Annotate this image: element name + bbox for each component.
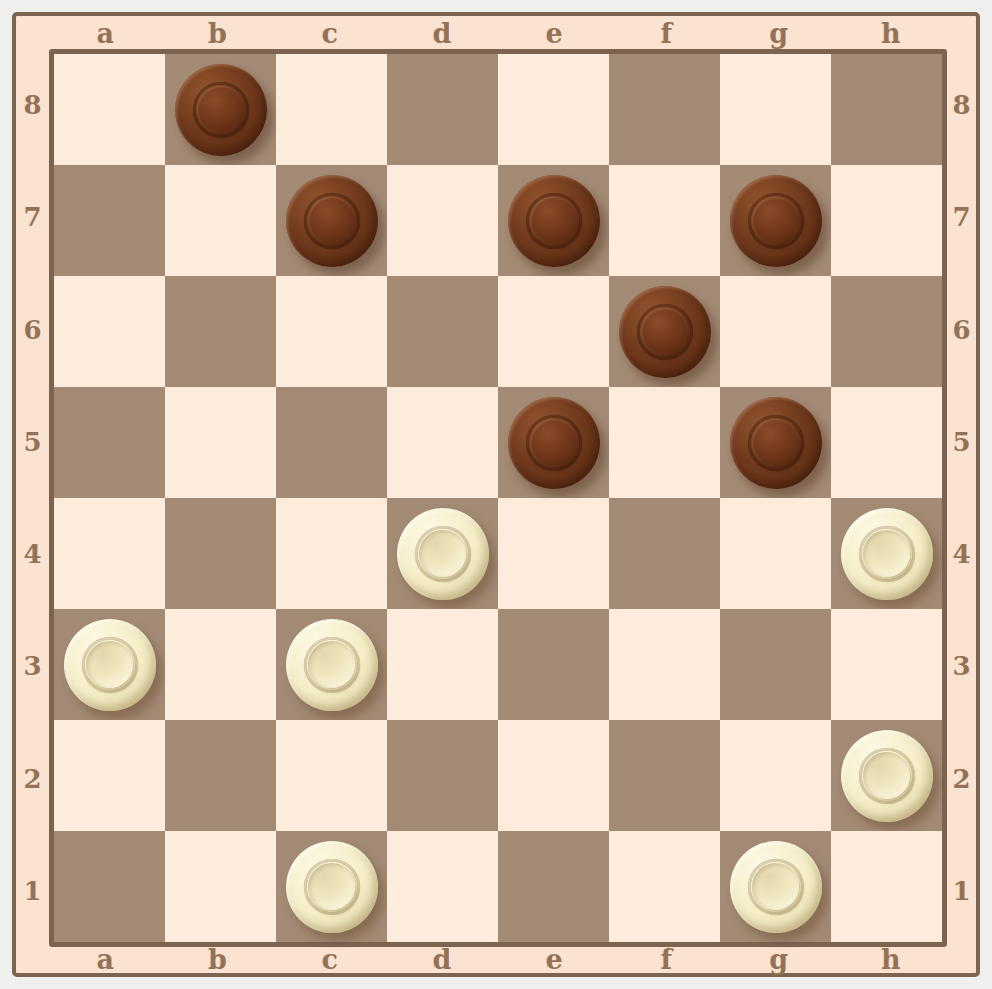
square-a1[interactable] <box>54 831 165 942</box>
square-f2[interactable] <box>609 720 720 831</box>
checker-dark-g7[interactable] <box>730 175 822 267</box>
file-label-top-d: d <box>386 16 498 49</box>
checker-dark-c7[interactable] <box>286 175 378 267</box>
file-labels-bottom: abcdefgh <box>49 947 947 973</box>
checker-white-c1[interactable] <box>286 841 378 933</box>
square-h2[interactable] <box>831 720 942 831</box>
square-g4[interactable] <box>720 498 831 609</box>
checker-dark-e7[interactable] <box>508 175 600 267</box>
square-e2[interactable] <box>498 720 609 831</box>
square-f4[interactable] <box>609 498 720 609</box>
rank-label-right-1: 1 <box>947 835 976 947</box>
square-f1[interactable] <box>609 831 720 942</box>
square-b3[interactable] <box>165 609 276 720</box>
square-b7[interactable] <box>165 165 276 276</box>
square-c7[interactable] <box>276 165 387 276</box>
checker-dark-e5[interactable] <box>508 397 600 489</box>
square-d7[interactable] <box>387 165 498 276</box>
file-label-top-g: g <box>723 16 835 49</box>
rank-label-left-4: 4 <box>16 498 49 610</box>
square-g1[interactable] <box>720 831 831 942</box>
file-label-bottom-b: b <box>161 947 273 973</box>
checker-dark-f6[interactable] <box>619 286 711 378</box>
square-f5[interactable] <box>609 387 720 498</box>
checker-white-d4[interactable] <box>397 508 489 600</box>
square-a6[interactable] <box>54 276 165 387</box>
board-frame: abcdefgh abcdefgh 87654321 87654321 <box>12 12 980 977</box>
square-f3[interactable] <box>609 609 720 720</box>
square-d5[interactable] <box>387 387 498 498</box>
square-e8[interactable] <box>498 54 609 165</box>
file-label-bottom-d: d <box>386 947 498 973</box>
file-label-top-e: e <box>498 16 610 49</box>
square-e7[interactable] <box>498 165 609 276</box>
square-e1[interactable] <box>498 831 609 942</box>
square-h4[interactable] <box>831 498 942 609</box>
rank-label-right-2: 2 <box>947 723 976 835</box>
rank-label-left-5: 5 <box>16 386 49 498</box>
checker-white-c3[interactable] <box>286 619 378 711</box>
square-e6[interactable] <box>498 276 609 387</box>
checker-dark-g5[interactable] <box>730 397 822 489</box>
square-c2[interactable] <box>276 720 387 831</box>
file-label-bottom-a: a <box>49 947 161 973</box>
square-d8[interactable] <box>387 54 498 165</box>
square-c3[interactable] <box>276 609 387 720</box>
square-b8[interactable] <box>165 54 276 165</box>
square-c8[interactable] <box>276 54 387 165</box>
square-d6[interactable] <box>387 276 498 387</box>
square-c4[interactable] <box>276 498 387 609</box>
square-h1[interactable] <box>831 831 942 942</box>
square-h7[interactable] <box>831 165 942 276</box>
square-e5[interactable] <box>498 387 609 498</box>
checker-white-g1[interactable] <box>730 841 822 933</box>
file-label-bottom-g: g <box>723 947 835 973</box>
square-a4[interactable] <box>54 498 165 609</box>
square-c6[interactable] <box>276 276 387 387</box>
rank-label-right-8: 8 <box>947 49 976 161</box>
square-b5[interactable] <box>165 387 276 498</box>
rank-label-left-3: 3 <box>16 610 49 722</box>
square-g6[interactable] <box>720 276 831 387</box>
rank-label-left-6: 6 <box>16 274 49 386</box>
file-label-bottom-h: h <box>835 947 947 973</box>
square-h5[interactable] <box>831 387 942 498</box>
square-c5[interactable] <box>276 387 387 498</box>
square-e4[interactable] <box>498 498 609 609</box>
square-h3[interactable] <box>831 609 942 720</box>
square-a5[interactable] <box>54 387 165 498</box>
rank-label-right-5: 5 <box>947 386 976 498</box>
square-d3[interactable] <box>387 609 498 720</box>
square-a8[interactable] <box>54 54 165 165</box>
square-d1[interactable] <box>387 831 498 942</box>
square-b2[interactable] <box>165 720 276 831</box>
square-g5[interactable] <box>720 387 831 498</box>
file-label-bottom-c: c <box>274 947 386 973</box>
square-f8[interactable] <box>609 54 720 165</box>
file-label-top-a: a <box>49 16 161 49</box>
file-labels-top: abcdefgh <box>49 16 947 49</box>
board <box>49 49 947 947</box>
file-label-top-f: f <box>610 16 722 49</box>
square-g8[interactable] <box>720 54 831 165</box>
checker-dark-b8[interactable] <box>175 64 267 156</box>
square-f6[interactable] <box>609 276 720 387</box>
rank-label-left-8: 8 <box>16 49 49 161</box>
square-b6[interactable] <box>165 276 276 387</box>
square-b4[interactable] <box>165 498 276 609</box>
square-d2[interactable] <box>387 720 498 831</box>
square-a7[interactable] <box>54 165 165 276</box>
square-g2[interactable] <box>720 720 831 831</box>
square-b1[interactable] <box>165 831 276 942</box>
file-label-top-h: h <box>835 16 947 49</box>
rank-label-left-1: 1 <box>16 835 49 947</box>
rank-label-right-6: 6 <box>947 274 976 386</box>
rank-labels-left: 87654321 <box>16 49 49 947</box>
square-g3[interactable] <box>720 609 831 720</box>
file-label-top-c: c <box>274 16 386 49</box>
square-a3[interactable] <box>54 609 165 720</box>
rank-label-right-3: 3 <box>947 610 976 722</box>
rank-labels-right: 87654321 <box>947 49 976 947</box>
checker-white-h4[interactable] <box>841 508 933 600</box>
file-label-bottom-f: f <box>610 947 722 973</box>
square-g7[interactable] <box>720 165 831 276</box>
square-h6[interactable] <box>831 276 942 387</box>
square-f7[interactable] <box>609 165 720 276</box>
checker-white-a3[interactable] <box>64 619 156 711</box>
rank-label-right-4: 4 <box>947 498 976 610</box>
file-label-top-b: b <box>161 16 273 49</box>
file-label-bottom-e: e <box>498 947 610 973</box>
square-c1[interactable] <box>276 831 387 942</box>
square-d4[interactable] <box>387 498 498 609</box>
square-a2[interactable] <box>54 720 165 831</box>
rank-label-left-7: 7 <box>16 161 49 273</box>
checker-white-h2[interactable] <box>841 730 933 822</box>
square-h8[interactable] <box>831 54 942 165</box>
square-e3[interactable] <box>498 609 609 720</box>
rank-label-left-2: 2 <box>16 723 49 835</box>
rank-label-right-7: 7 <box>947 161 976 273</box>
